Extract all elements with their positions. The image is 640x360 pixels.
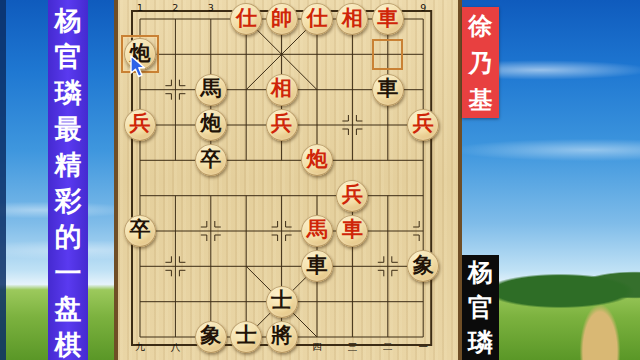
- screenshot-root: 杨官璘最精彩的一盘棋 123456789九八七六五四三二一 仕帥仕相車相兵兵兵炮…: [0, 0, 640, 360]
- piece-red-相[interactable]: 相: [336, 3, 368, 35]
- piece-glyph: 象: [413, 255, 434, 276]
- piece-glyph: 相: [271, 78, 292, 99]
- banner-char: 乃: [469, 51, 493, 75]
- banner-char: 官: [468, 295, 493, 320]
- piece-black-士[interactable]: 士: [230, 321, 262, 353]
- piece-glyph: 車: [307, 255, 328, 276]
- piece-red-仕[interactable]: 仕: [230, 3, 262, 35]
- piece-glyph: 相: [342, 8, 363, 29]
- banner-char: 基: [469, 88, 493, 112]
- piece-red-帥[interactable]: 帥: [266, 3, 298, 35]
- piece-red-兵[interactable]: 兵: [336, 180, 368, 212]
- banner-char: 棋: [55, 331, 82, 358]
- banner-char: 杨: [55, 7, 82, 34]
- piece-red-車[interactable]: 車: [336, 215, 368, 247]
- piece-glyph: 車: [377, 78, 398, 99]
- banner-char: 的: [55, 223, 82, 250]
- piece-glyph: 將: [271, 325, 292, 346]
- piece-black-象[interactable]: 象: [407, 250, 439, 282]
- piece-red-車[interactable]: 車: [372, 3, 404, 35]
- file-label-bottom: 四: [312, 342, 322, 352]
- piece-black-士[interactable]: 士: [266, 286, 298, 318]
- piece-black-馬[interactable]: 馬: [195, 74, 227, 106]
- banner-char: 盘: [55, 295, 82, 322]
- piece-black-卒[interactable]: 卒: [124, 215, 156, 247]
- piece-black-卒[interactable]: 卒: [195, 144, 227, 176]
- piece-black-車[interactable]: 車: [301, 250, 333, 282]
- piece-glyph: 卒: [130, 219, 151, 240]
- piece-black-炮[interactable]: 炮: [124, 38, 156, 70]
- piece-red-兵[interactable]: 兵: [124, 109, 156, 141]
- file-label-bottom: 一: [418, 342, 428, 352]
- banner-char: 彩: [55, 187, 82, 214]
- piece-glyph: 仕: [307, 8, 328, 29]
- piece-red-兵[interactable]: 兵: [407, 109, 439, 141]
- piece-black-車[interactable]: 車: [372, 74, 404, 106]
- piece-glyph: 車: [342, 219, 363, 240]
- piece-glyph: 兵: [413, 113, 434, 134]
- banner-char: 杨: [468, 260, 493, 285]
- piece-black-將[interactable]: 將: [266, 321, 298, 353]
- piece-red-馬[interactable]: 馬: [301, 215, 333, 247]
- piece-glyph: 炮: [200, 113, 221, 134]
- piece-glyph: 炮: [130, 43, 151, 64]
- background-left-edge: [0, 0, 6, 360]
- banner-char: 璘: [468, 330, 493, 355]
- piece-glyph: 馬: [200, 78, 221, 99]
- piece-black-象[interactable]: 象: [195, 321, 227, 353]
- piece-glyph: 卒: [200, 149, 221, 170]
- file-label-bottom: 二: [383, 342, 393, 352]
- piece-glyph: 象: [200, 325, 221, 346]
- piece-red-炮[interactable]: 炮: [301, 144, 333, 176]
- xiangqi-board[interactable]: 123456789九八七六五四三二一 仕帥仕相車相兵兵兵炮兵馬車炮馬車炮卒卒車象…: [114, 0, 462, 360]
- piece-glyph: 車: [377, 8, 398, 29]
- player-top-name-banner: 徐乃基: [462, 7, 499, 118]
- piece-red-兵[interactable]: 兵: [266, 109, 298, 141]
- banner-char: 璘: [55, 79, 82, 106]
- piece-glyph: 兵: [342, 184, 363, 205]
- piece-glyph: 兵: [271, 113, 292, 134]
- piece-glyph: 兵: [130, 113, 151, 134]
- move-origin-highlight: [372, 39, 403, 70]
- file-label-top: 1: [137, 3, 143, 13]
- piece-glyph: 士: [236, 325, 257, 346]
- player-bottom-name-banner: 杨官璘: [462, 255, 499, 360]
- piece-black-炮[interactable]: 炮: [195, 109, 227, 141]
- file-label-bottom: 八: [171, 342, 181, 352]
- file-label-bottom: 三: [348, 342, 358, 352]
- piece-glyph: 士: [271, 290, 292, 311]
- piece-red-仕[interactable]: 仕: [301, 3, 333, 35]
- title-banner: 杨官璘最精彩的一盘棋: [48, 0, 88, 360]
- banner-char: 一: [55, 259, 82, 286]
- file-label-bottom: 九: [135, 342, 145, 352]
- piece-glyph: 仕: [236, 8, 257, 29]
- file-label-top: 3: [208, 3, 214, 13]
- file-label-top: 2: [172, 3, 178, 13]
- piece-red-相[interactable]: 相: [266, 74, 298, 106]
- banner-char: 精: [55, 151, 82, 178]
- banner-char: 官: [55, 43, 82, 70]
- banner-char: 最: [55, 115, 82, 142]
- piece-glyph: 帥: [271, 8, 292, 29]
- piece-glyph: 馬: [307, 219, 328, 240]
- file-label-top: 9: [420, 3, 426, 13]
- banner-char: 徐: [469, 14, 493, 38]
- piece-glyph: 炮: [307, 149, 328, 170]
